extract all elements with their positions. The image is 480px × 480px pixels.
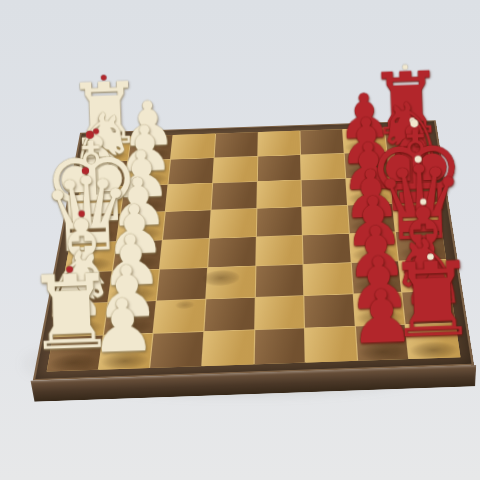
white-pawn-glyph: ♟ — [89, 289, 157, 364]
board-squares: ♜♟♟♜♞♟♟♞♝♟♟♝♚♟♟♚♛♟♟♛♝♟♟♝♞♟♟♞♜♟♟♜ — [47, 126, 461, 371]
square-g3 — [169, 158, 214, 184]
square-c3 — [157, 268, 207, 300]
square-a3 — [150, 332, 203, 368]
square-f5 — [257, 180, 301, 208]
board-edge-front — [31, 365, 477, 402]
red-piece-finial — [402, 64, 408, 70]
square-e5 — [256, 207, 302, 236]
square-g5 — [257, 155, 300, 181]
square-a8: ♜ — [406, 323, 460, 359]
square-c5 — [255, 265, 303, 297]
red-rook-glyph: ♜ — [385, 249, 480, 354]
square-h5 — [258, 131, 300, 156]
square-a5 — [254, 329, 305, 365]
square-d5 — [256, 235, 303, 266]
square-a2: ♟ — [99, 334, 153, 370]
square-f4 — [211, 182, 256, 210]
red-piece-finial — [427, 253, 434, 260]
white-piece-finial — [78, 210, 85, 217]
red-piece-finial — [420, 198, 427, 205]
square-e4 — [210, 209, 256, 238]
photo-backdrop: ♜♟♟♜♞♟♟♞♝♟♟♝♚♟♟♚♛♟♟♛♝♟♟♝♞♟♟♞♜♟♟♜ — [0, 0, 480, 480]
square-b5 — [255, 296, 304, 330]
square-h4 — [215, 132, 258, 157]
white-piece-finial — [86, 131, 94, 139]
square-e3 — [163, 210, 210, 239]
square-f3 — [166, 183, 212, 211]
white-piece-finial — [82, 167, 89, 174]
square-d4 — [208, 237, 255, 268]
white-piece-finial — [101, 74, 107, 80]
square-g4 — [213, 156, 257, 182]
red-piece-finial — [415, 156, 422, 163]
square-a4 — [202, 330, 253, 366]
chess-board: ♜♟♟♜♞♟♟♞♝♟♟♝♚♟♟♚♛♟♟♛♝♟♟♝♞♟♟♞♜♟♟♜ — [33, 120, 474, 380]
square-b4 — [204, 298, 254, 332]
square-d3 — [160, 238, 209, 269]
red-piece-finial — [411, 119, 419, 127]
white-piece-finial — [66, 266, 73, 273]
square-h3 — [171, 134, 215, 159]
photo-rotation-wrapper: ♜♟♟♜♞♟♟♞♝♟♟♝♚♟♟♚♛♟♟♛♝♟♟♝♞♟♟♞♜♟♟♜ — [0, 0, 480, 480]
